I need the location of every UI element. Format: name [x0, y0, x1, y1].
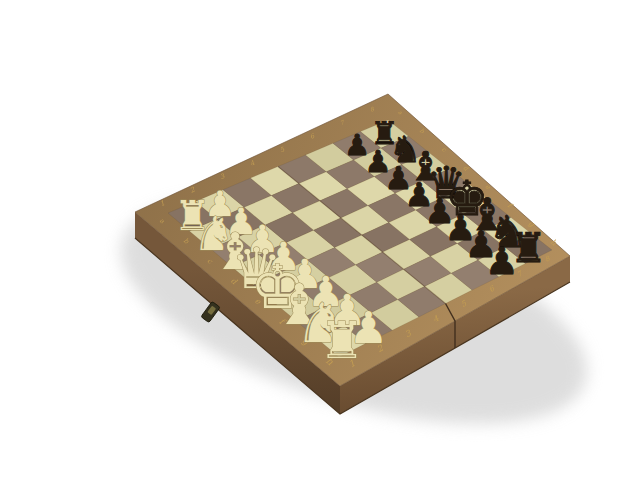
piece-black-pawn-h7: ♟ — [485, 239, 519, 283]
board-svg: aa11bb22cc33dd44ee55ff66gg77hh88 ♜♟♞♟♝♟♛… — [40, 16, 644, 489]
chess-set-photo: aa11bb22cc33dd44ee55ff66gg77hh88 ♜♟♞♟♝♟♛… — [40, 16, 644, 489]
piece-white-rook-h1: ♜ — [319, 311, 365, 370]
